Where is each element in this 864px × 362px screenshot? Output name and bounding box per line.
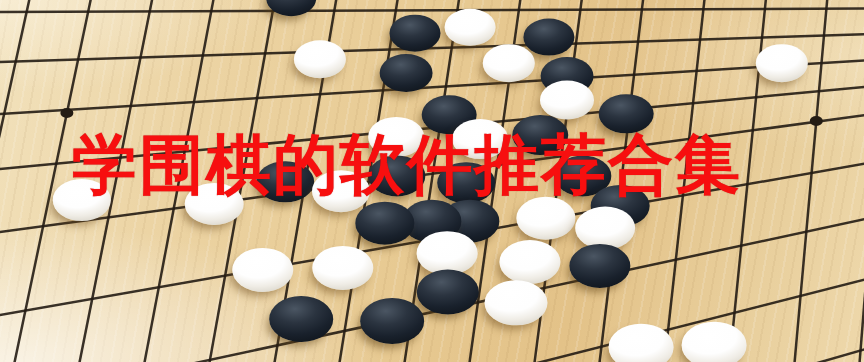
white-stone xyxy=(499,240,560,284)
black-stone xyxy=(380,54,433,92)
white-stone xyxy=(540,81,594,120)
black-stone xyxy=(417,270,479,315)
white-stone xyxy=(516,197,575,240)
black-stone xyxy=(360,298,424,344)
go-board-photo: 学围棋的软件推荐合集 xyxy=(0,0,864,362)
white-stone xyxy=(609,324,674,362)
white-stone xyxy=(417,231,478,275)
white-stone xyxy=(756,44,808,82)
white-stone xyxy=(682,322,747,362)
white-stone xyxy=(485,280,548,325)
white-stone xyxy=(232,248,293,292)
black-stone xyxy=(523,19,574,56)
black-stone xyxy=(269,296,333,342)
title-overlay-text: 学围棋的软件推荐合集 xyxy=(72,128,792,200)
white-stone xyxy=(312,246,373,290)
white-stone xyxy=(294,40,346,78)
white-stone xyxy=(575,207,635,250)
white-stone xyxy=(483,44,535,82)
white-stone xyxy=(445,9,496,46)
black-stone xyxy=(389,15,440,52)
black-stone xyxy=(569,244,630,288)
black-stone xyxy=(266,0,316,16)
black-stone xyxy=(355,202,414,245)
